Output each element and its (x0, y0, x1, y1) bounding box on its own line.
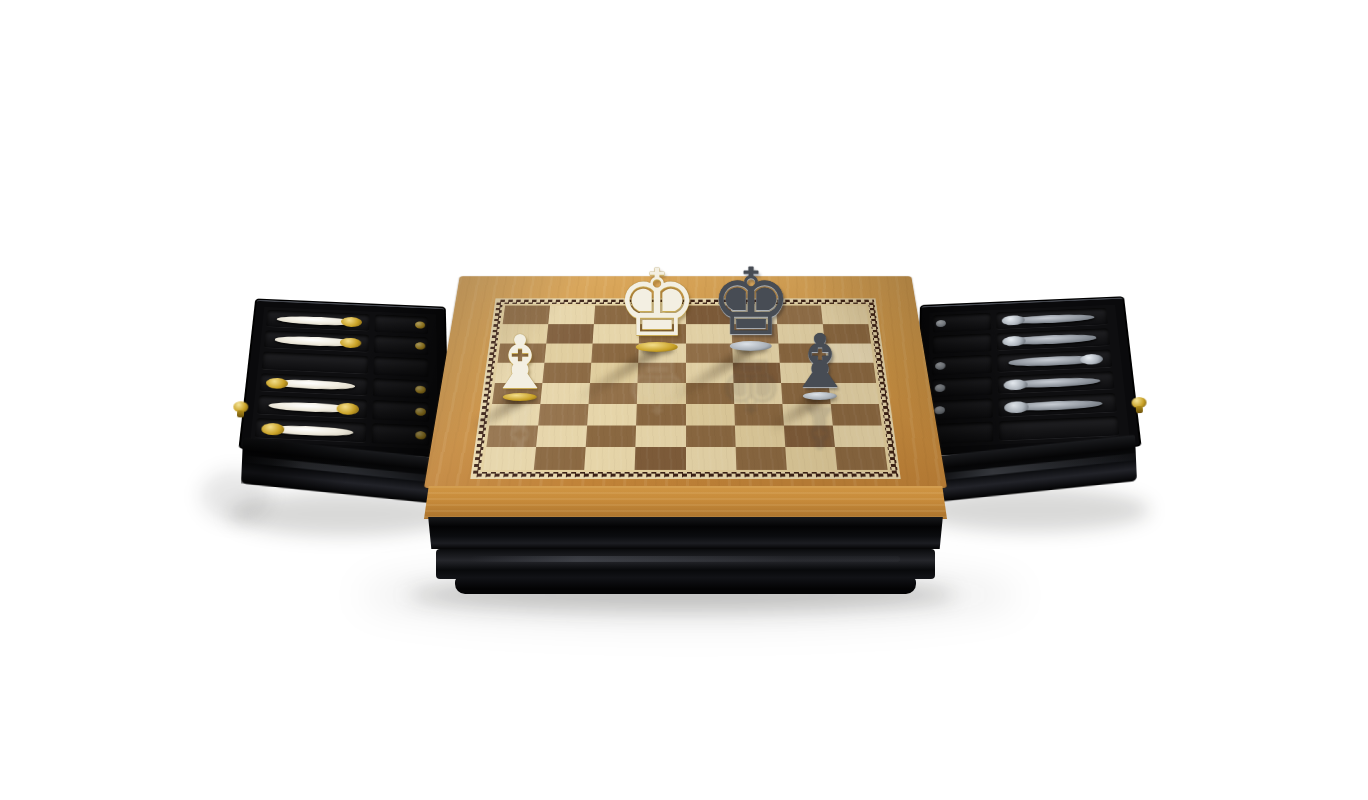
king-glyph: ♚ (616, 258, 698, 350)
drawer-slot (997, 371, 1114, 395)
lacquer-base-foot (455, 577, 916, 594)
drawer-edge-slot (373, 400, 430, 422)
stored-piece[interactable] (277, 315, 358, 326)
stored-piece[interactable] (1009, 377, 1100, 390)
stored-piece[interactable] (1008, 334, 1097, 346)
white-king[interactable]: ♚♚ (616, 258, 698, 350)
right-drawer-tray (918, 297, 1140, 454)
piece-reflection: ♚ (718, 349, 784, 423)
lacquer-base-highlight (470, 556, 900, 562)
bishop-glyph: ♝ (487, 325, 553, 399)
drawer-slot (997, 349, 1113, 372)
drawer-edge-slot (374, 335, 428, 355)
drawer-slot (996, 328, 1110, 351)
product-scene: ♝♝♚♚♚♚♝♝ (0, 0, 1368, 800)
square-d1 (635, 447, 686, 470)
square-b8 (548, 306, 595, 325)
piece-reflection: ♝ (794, 398, 847, 457)
square-f1 (735, 447, 786, 470)
lacquer-base-molding (436, 549, 935, 579)
stored-piece[interactable] (1008, 355, 1098, 367)
black-bishop[interactable]: ♝♝ (787, 324, 853, 398)
drawer-slot (996, 308, 1108, 330)
left-drawer-tray (241, 300, 448, 457)
right-drawer-knob[interactable] (1131, 397, 1147, 414)
bishop-glyph: ♝ (787, 324, 853, 398)
piece-reflection: ♚ (624, 350, 690, 424)
square-c1 (584, 447, 635, 470)
lacquer-base-upper (424, 517, 947, 549)
piece-reflection: ♝ (494, 399, 547, 458)
king-glyph: ♚ (710, 257, 792, 349)
drawer-slot (262, 351, 369, 374)
drawer-edge-slot (375, 314, 428, 334)
square-e1 (686, 447, 737, 470)
stored-piece[interactable] (271, 379, 355, 391)
drawer-slot (998, 393, 1117, 418)
drawer-slot (259, 373, 368, 396)
drawer-edge-slot (372, 423, 429, 446)
stored-piece[interactable] (266, 424, 353, 437)
drawer-slot (257, 395, 367, 419)
white-bishop[interactable]: ♝♝ (487, 325, 553, 399)
drawer-slot (264, 330, 369, 352)
drawer-edge-slot (373, 378, 429, 399)
drawer-slot (255, 418, 367, 443)
frame-front-face (424, 486, 947, 519)
stored-piece[interactable] (275, 336, 357, 348)
left-drawer-knob[interactable] (233, 401, 249, 418)
stored-piece[interactable] (1007, 313, 1094, 325)
stored-piece[interactable] (268, 401, 354, 414)
drawer-slot (266, 310, 370, 332)
right-drawer-felt (927, 305, 1130, 448)
stored-piece[interactable] (1010, 399, 1103, 412)
black-king[interactable]: ♚♚ (710, 257, 792, 349)
left-drawer-felt (250, 307, 438, 449)
square-b7 (546, 324, 594, 343)
drawer-edge-slot (374, 356, 429, 377)
